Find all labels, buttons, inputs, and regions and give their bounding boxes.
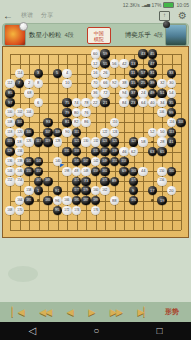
move-number: 10	[65, 81, 69, 85]
black-stone: 21	[100, 98, 109, 107]
black-stone: 9	[129, 186, 138, 195]
move-number: 89	[112, 179, 116, 183]
move-number: 144	[7, 170, 12, 173]
replay-controls: ▏◀◀◀◀▶▶▶▶▏形势	[0, 302, 191, 322]
move-number: 26	[103, 72, 107, 76]
white-stone: 66	[100, 79, 109, 88]
network-speed: 12.3K/s	[123, 2, 140, 8]
black-stone: 155	[24, 167, 33, 176]
move-number: 90	[65, 130, 69, 134]
move-number: 145	[74, 160, 79, 163]
white-stone: 38	[119, 79, 128, 88]
white-stone: 134	[15, 147, 24, 156]
black-stone: 15	[129, 79, 138, 88]
black-stone: 107	[43, 128, 52, 137]
background-blob	[8, 266, 38, 282]
kifu-label: 棋谱	[21, 11, 33, 20]
first-move-button[interactable]: ▏◀	[12, 308, 24, 317]
black-stone: 13	[129, 59, 138, 68]
move-number: 155	[26, 170, 31, 173]
move-number: 150	[159, 170, 164, 173]
white-stone: 42	[119, 59, 128, 68]
move-number: 84	[122, 101, 126, 105]
white-stone: 128	[53, 137, 62, 146]
situation-button[interactable]: 形势	[165, 307, 179, 317]
white-stone: 114	[15, 69, 24, 78]
forward-move-button[interactable]: ▶	[88, 308, 94, 317]
move-number: 82	[74, 120, 78, 124]
black-stone: 113	[167, 128, 176, 137]
right-player-name: 博奕乐乎	[125, 31, 151, 40]
move-number: 127	[131, 140, 136, 143]
black-stone: 127	[129, 137, 138, 146]
white-stone: 158	[24, 186, 33, 195]
move-number: 129	[7, 150, 12, 153]
white-stone: 176	[91, 206, 100, 215]
move-number: 141	[26, 160, 31, 163]
right-player-rank: 4段	[154, 31, 163, 40]
move-number: 164	[17, 199, 22, 202]
move-number: 165	[169, 170, 174, 173]
move-number: 59	[103, 52, 107, 56]
move-number: 123	[102, 140, 107, 143]
android-nav-bar: ◁ ○ □	[0, 322, 191, 340]
move-number: 171	[74, 180, 79, 183]
white-stone: 50	[157, 128, 166, 137]
white-stone: 162	[100, 186, 109, 195]
move-number: 170	[17, 209, 22, 212]
white-stone: 48	[72, 167, 81, 176]
move-number: 169	[45, 180, 50, 183]
white-stone: 62	[129, 147, 138, 156]
black-stone: 99	[167, 108, 176, 117]
white-stone: 54	[167, 89, 176, 98]
black-stone-badge	[163, 21, 170, 28]
move-number: 24	[141, 91, 145, 95]
move-number: 45	[150, 52, 154, 56]
black-stone: 97	[5, 98, 14, 107]
last-move-button[interactable]: ▶▏	[138, 308, 150, 317]
nav-home-button[interactable]: ○	[93, 326, 99, 336]
white-stone: 32	[157, 79, 166, 88]
black-stone: 73	[81, 177, 90, 186]
white-stone: 92	[110, 79, 119, 88]
black-stone: 143	[34, 157, 43, 166]
move-number: 102	[17, 111, 22, 114]
move-number: 58	[141, 140, 145, 144]
move-number: 70	[93, 81, 97, 85]
white-stone: 6	[34, 98, 43, 107]
move-number: 52	[150, 130, 154, 134]
black-stone: 185	[72, 196, 81, 205]
move-number: 154	[17, 180, 22, 183]
black-stone: 141	[24, 157, 33, 166]
move-number: 149	[102, 160, 107, 163]
black-stone: 183	[43, 196, 52, 205]
white-stone: 46	[119, 147, 128, 156]
move-number: 138	[17, 160, 22, 163]
white-stone: 170	[15, 206, 24, 215]
black-stone: 173	[100, 177, 109, 186]
white-stone: 166	[62, 196, 71, 205]
settings-gear-icon[interactable]: ⚙	[178, 10, 187, 21]
white-stone: 142	[91, 157, 100, 166]
move-number: 160	[93, 189, 98, 192]
move-number: 185	[74, 199, 79, 202]
white-stone: 34	[157, 98, 166, 107]
move-number: 135	[93, 150, 98, 153]
move-number: 187	[83, 199, 88, 202]
move-number: 134	[17, 150, 22, 153]
move-number: 110	[112, 121, 117, 124]
move-number: 114	[17, 72, 22, 75]
black-stone: 41	[167, 137, 176, 146]
nav-back-button[interactable]: ◁	[29, 326, 37, 336]
move-number: 93	[46, 120, 50, 124]
move-number: 54	[169, 91, 173, 95]
move-number: 72	[103, 91, 107, 95]
move-number: 131	[64, 150, 69, 153]
move-number: 124	[112, 131, 117, 134]
move-number: 17	[150, 189, 154, 193]
move-number: 13	[131, 62, 135, 66]
white-stone: 110	[110, 118, 119, 127]
move-number: 137	[102, 150, 107, 153]
white-stone: 130	[81, 137, 90, 146]
move-number: 140	[55, 160, 60, 163]
black-stone: 81	[62, 118, 71, 127]
move-number: 47	[150, 62, 154, 66]
black-stone: 167	[34, 177, 43, 186]
move-number: 151	[112, 160, 117, 163]
move-number: 35	[169, 101, 173, 105]
share-label[interactable]: 分享	[41, 11, 53, 20]
black-stone: 3	[34, 69, 43, 78]
black-stone: 109	[53, 128, 62, 137]
white-stone: 86	[81, 118, 90, 127]
white-stone: 16	[91, 69, 100, 78]
move-number: 80	[74, 111, 78, 115]
move-number: 162	[102, 189, 107, 192]
white-stone: 172	[62, 206, 71, 215]
move-number: 31	[150, 72, 154, 76]
move-number: 42	[122, 62, 126, 66]
move-number: 32	[160, 81, 164, 85]
move-number: 1	[37, 189, 39, 193]
move-number: 22	[93, 101, 97, 105]
move-number: 41	[169, 140, 173, 144]
move-number: 168	[7, 209, 12, 212]
white-stone: 24	[138, 89, 147, 98]
move-number: 101	[17, 121, 22, 124]
black-stone: 25	[138, 79, 147, 88]
white-stone: 104	[24, 108, 33, 117]
move-number: 46	[122, 150, 126, 154]
move-number: 177	[74, 189, 79, 192]
move-number: 95	[55, 208, 59, 212]
move-number: 12	[93, 62, 97, 66]
black-stone: 91	[53, 186, 62, 195]
move-number: 48	[74, 169, 78, 173]
right-player-avatar[interactable]	[165, 24, 187, 46]
black-stone: 119	[43, 137, 52, 146]
white-stone: 174	[72, 206, 81, 215]
white-stone: 102	[15, 108, 24, 117]
move-number: 142	[93, 160, 98, 163]
move-number: 107	[45, 131, 50, 134]
move-number: 25	[141, 81, 145, 85]
move-number: 132	[93, 140, 98, 143]
move-number: 159	[93, 170, 98, 173]
black-stone: 89	[110, 177, 119, 186]
fast-back-move-button[interactable]: ◀◀	[39, 308, 51, 317]
black-stone: 17	[148, 186, 157, 195]
black-stone: 171	[72, 177, 81, 186]
white-stone: 168	[5, 206, 14, 215]
move-number: 76	[84, 111, 88, 115]
move-number: 15	[131, 81, 135, 85]
move-number: 126	[26, 140, 31, 143]
back-button[interactable]: ←	[3, 11, 13, 21]
clock-time: 10:05	[176, 2, 189, 8]
white-stone: 100	[5, 108, 14, 117]
seal-stamp: 中国 棋院	[87, 27, 111, 44]
move-number: 109	[55, 131, 60, 134]
move-number: 120	[17, 131, 22, 134]
black-stone: 51	[157, 89, 166, 98]
white-stone: 28	[157, 137, 166, 146]
black-stone: 79	[62, 108, 71, 117]
move-number: 40	[150, 101, 154, 105]
move-number: 176	[93, 209, 98, 212]
black-stone: 33	[167, 69, 176, 78]
white-stone: 60	[91, 49, 100, 58]
white-stone: 148	[81, 167, 90, 176]
white-stone: 72	[100, 89, 109, 98]
white-stone: 122	[100, 128, 109, 137]
white-stone: 84	[119, 98, 128, 107]
move-number: 122	[102, 131, 107, 134]
black-stone: 115	[5, 137, 14, 146]
move-number: 157	[36, 170, 41, 173]
back-move-button[interactable]: ◀	[67, 308, 73, 317]
black-stone: 103	[176, 118, 185, 127]
black-stone: 117	[34, 137, 43, 146]
move-number: 179	[83, 189, 88, 192]
grid-line	[10, 220, 181, 221]
white-stone: 58	[138, 137, 147, 146]
black-stone: 131	[62, 147, 71, 156]
black-stone: 123	[100, 137, 109, 146]
fast-forward-move-button[interactable]: ▶▶	[110, 308, 122, 317]
move-number: 91	[55, 189, 59, 193]
black-stone: 101	[15, 118, 24, 127]
white-stone: 198	[62, 167, 71, 176]
move-number: 172	[64, 209, 69, 212]
move-number: 55	[103, 62, 107, 66]
hoshi-point	[151, 199, 153, 201]
move-number: 28	[160, 140, 164, 144]
move-number: 39	[150, 81, 154, 85]
move-number: 166	[64, 199, 69, 202]
move-number: 4	[66, 72, 68, 76]
white-stone: 94	[119, 89, 128, 98]
white-stone: 30	[167, 79, 176, 88]
black-stone: 31	[148, 69, 157, 78]
black-stone: 47	[148, 59, 157, 68]
nav-recent-button[interactable]: □	[156, 326, 162, 336]
black-stone: 191	[129, 196, 138, 205]
white-stone: 56	[110, 59, 119, 68]
move-number: 44	[141, 169, 145, 173]
white-stone: 118	[5, 128, 14, 137]
move-number: 106	[159, 111, 164, 114]
move-number: 75	[65, 101, 69, 105]
player-bar: 数星小粉粒 4段 中国 棋院 博奕乐乎 4段	[2, 23, 189, 47]
move-number: 121	[74, 140, 79, 143]
move-number: 86	[84, 120, 88, 124]
move-number: 191	[131, 199, 136, 202]
signal-icon: ▁▃▅	[142, 2, 150, 7]
move-number: 43	[141, 52, 145, 56]
white-stone: 82	[72, 118, 81, 127]
black-stone: 5	[53, 69, 62, 78]
move-number: 56	[112, 62, 116, 66]
move-number: 128	[55, 140, 60, 143]
white-stone: 90	[62, 128, 71, 137]
white-stone: 154	[15, 177, 24, 186]
white-stone: 64	[138, 98, 147, 107]
move-number: 38	[122, 81, 126, 85]
move-number: 198	[64, 170, 69, 173]
move-number: 175	[131, 180, 136, 183]
move-number: 111	[74, 131, 79, 134]
black-stone: 111	[72, 128, 81, 137]
white-stone: 44	[138, 167, 147, 176]
move-number: 85	[8, 91, 12, 95]
move-number: 130	[83, 140, 88, 143]
black-stone: 11	[129, 69, 138, 78]
move-number: 136	[7, 160, 12, 163]
move-number: 103	[178, 121, 183, 124]
move-number: 49	[150, 91, 154, 95]
white-stone: 132	[91, 137, 100, 146]
black-stone: 57	[138, 69, 147, 78]
grid-line	[181, 54, 182, 230]
move-number: 115	[7, 140, 12, 143]
move-number: 16	[93, 72, 97, 76]
white-stone: 22	[91, 98, 100, 107]
go-board[interactable]: 6059434512555642134711435416261157313311…	[2, 46, 189, 238]
move-number: 66	[103, 81, 107, 85]
black-stone: 55	[100, 59, 109, 68]
move-number: 19	[160, 199, 164, 203]
white-stone: 138	[15, 157, 24, 166]
white-stone: 40	[148, 98, 157, 107]
move-number: 23	[131, 101, 135, 105]
move-number: 113	[169, 131, 174, 134]
black-stone: 63	[148, 147, 157, 156]
black-stone: 69	[119, 167, 128, 176]
move-number: 112	[7, 82, 12, 85]
move-number: 20	[169, 189, 173, 193]
move-number: 156	[159, 180, 164, 183]
move-number: 105	[26, 131, 31, 134]
app-bar: ← 棋谱 分享 ↑ ⚙	[0, 9, 191, 22]
move-number: 181	[26, 199, 31, 202]
battery-icon	[163, 2, 174, 8]
black-stone: 129	[5, 147, 14, 156]
move-number: 2	[28, 81, 30, 85]
move-number: 118	[7, 131, 12, 134]
black-stone: 105	[24, 128, 33, 137]
left-player-rank: 4段	[65, 31, 74, 40]
move-number: 18	[17, 140, 21, 144]
share-icon[interactable]: ↑	[159, 11, 170, 21]
move-number: 125	[112, 140, 117, 143]
black-stone: 179	[81, 186, 90, 195]
black-stone: 95	[53, 206, 62, 215]
white-stone: 144	[5, 167, 14, 176]
move-number: 143	[36, 160, 41, 163]
move-number: 63	[150, 150, 154, 154]
black-stone: 59	[100, 49, 109, 58]
move-number: 183	[45, 199, 50, 202]
white-stone: 146	[15, 167, 24, 176]
move-number: 33	[169, 72, 173, 76]
black-stone: 157	[34, 167, 43, 176]
left-player-avatar[interactable]	[4, 24, 26, 46]
move-number: 79	[65, 111, 69, 115]
white-stone: 164	[15, 196, 24, 205]
move-number: 116	[169, 121, 174, 124]
black-stone: 93	[43, 118, 52, 127]
move-number: 133	[74, 150, 79, 153]
move-number: 65	[160, 150, 164, 154]
black-stone: 177	[72, 186, 81, 195]
white-stone: 10	[62, 79, 71, 88]
phone-screen: 12.3K/s ▁▃▅ 17% 10:05 ← 棋谱 分享 ↑ ⚙ 数星小粉粒 …	[0, 0, 191, 340]
black-stone: 153	[119, 157, 128, 166]
black-stone: 189	[91, 196, 100, 205]
black-stone: 135	[91, 147, 100, 156]
black-stone: 169	[43, 177, 52, 186]
move-number: 161	[102, 170, 107, 173]
white-stone: 150	[157, 167, 166, 176]
black-stone: 1	[34, 186, 43, 195]
black-stone: 137	[100, 147, 109, 156]
move-number: 104	[26, 111, 31, 114]
move-number: 9	[132, 189, 134, 193]
move-number: 108	[7, 121, 12, 124]
black-stone: 75	[62, 98, 71, 107]
black-stone: 19	[157, 196, 166, 205]
move-number: 92	[112, 81, 116, 85]
move-number: 78	[84, 101, 88, 105]
move-number: 7	[18, 81, 20, 85]
move-number: 88	[112, 199, 116, 203]
black-stone: 7	[15, 79, 24, 88]
white-stone: 108	[5, 118, 14, 127]
white-stone: 96	[53, 196, 62, 205]
white-stone: 70	[91, 79, 100, 88]
move-number: 94	[122, 91, 126, 95]
move-number: 119	[45, 140, 50, 143]
move-number: 146	[17, 170, 22, 173]
black-stone: 133	[72, 147, 81, 156]
move-number: 96	[55, 199, 59, 203]
white-stone: 52	[148, 128, 157, 137]
